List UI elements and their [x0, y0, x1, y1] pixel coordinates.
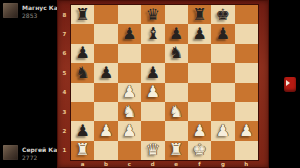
white-piece-p-h2[interactable]: ♟ [239, 122, 253, 138]
square-e4[interactable] [165, 83, 188, 102]
black-piece-b-d7[interactable]: ♝ [146, 26, 160, 42]
white-piece-k-f1[interactable]: ♚ [192, 142, 206, 158]
square-h1[interactable] [235, 141, 258, 160]
black-piece-p-b5[interactable]: ♟ [99, 64, 113, 80]
square-g2[interactable]: ♟ [211, 121, 234, 140]
rank-label-6: 6 [60, 44, 69, 63]
black-piece-p-d5[interactable]: ♟ [146, 64, 160, 80]
file-label-a: a [71, 160, 94, 167]
square-b3[interactable] [94, 102, 117, 121]
square-e5[interactable] [165, 63, 188, 82]
square-d5[interactable]: ♟ [141, 63, 164, 82]
white-piece-p-g2[interactable]: ♟ [216, 122, 230, 138]
white-piece-p-d4[interactable]: ♟ [146, 84, 160, 100]
rank-label-7: 7 [60, 24, 69, 43]
square-a6[interactable]: ♟ [71, 44, 94, 63]
square-f3[interactable] [188, 102, 211, 121]
rank-label-4: 4 [60, 83, 69, 102]
square-h3[interactable] [235, 102, 258, 121]
player-card-top: Магнус Карлсен 2853 [3, 3, 57, 19]
square-g7[interactable]: ♟ [211, 24, 234, 43]
file-label-c: c [118, 160, 141, 167]
black-piece-r-a8[interactable]: ♜ [76, 6, 90, 22]
white-piece-p-c2[interactable]: ♟ [122, 122, 136, 138]
chess-board-frame: 87654321 ♜♛♜♚♟♝♟♟♟♟♞♞♟♟♟♟♞♞♟♟♟♟♟♟♜♛♜♚ ab… [57, 0, 269, 168]
square-b8[interactable] [94, 5, 117, 24]
square-f6[interactable] [188, 44, 211, 63]
square-g1[interactable] [211, 141, 234, 160]
square-c1[interactable] [118, 141, 141, 160]
square-e6[interactable]: ♞ [165, 44, 188, 63]
square-b4[interactable] [94, 83, 117, 102]
square-g5[interactable] [211, 63, 234, 82]
player-avatar-top [3, 3, 18, 18]
rank-labels: 87654321 [60, 5, 69, 160]
broadcast-logo-icon [284, 77, 296, 92]
file-label-h: h [235, 160, 258, 167]
square-d6[interactable] [141, 44, 164, 63]
square-h2[interactable]: ♟ [235, 121, 258, 140]
square-e3[interactable]: ♞ [165, 102, 188, 121]
rank-label-5: 5 [60, 63, 69, 82]
white-piece-p-f2[interactable]: ♟ [192, 122, 206, 138]
rank-label-2: 2 [60, 121, 69, 140]
square-f4[interactable] [188, 83, 211, 102]
square-b1[interactable] [94, 141, 117, 160]
file-label-g: g [211, 160, 234, 167]
square-f2[interactable]: ♟ [188, 121, 211, 140]
square-f7[interactable]: ♟ [188, 24, 211, 43]
black-piece-q-d8[interactable]: ♛ [146, 6, 160, 22]
black-piece-p-a6[interactable]: ♟ [76, 45, 90, 61]
file-label-e: e [165, 160, 188, 167]
square-c5[interactable] [118, 63, 141, 82]
square-b2[interactable]: ♟ [94, 121, 117, 140]
player-avatar-bottom [3, 145, 18, 160]
file-labels: abcdefgh [71, 160, 258, 167]
square-a7[interactable] [71, 24, 94, 43]
square-c6[interactable] [118, 44, 141, 63]
square-c2[interactable]: ♟ [118, 121, 141, 140]
square-d7[interactable]: ♝ [141, 24, 164, 43]
black-piece-r-f8[interactable]: ♜ [192, 6, 206, 22]
square-h7[interactable] [235, 24, 258, 43]
square-g6[interactable] [211, 44, 234, 63]
square-h6[interactable] [235, 44, 258, 63]
square-d4[interactable]: ♟ [141, 83, 164, 102]
square-c8[interactable] [118, 5, 141, 24]
square-c7[interactable]: ♟ [118, 24, 141, 43]
rank-label-8: 8 [60, 5, 69, 24]
square-g8[interactable]: ♚ [211, 5, 234, 24]
square-h4[interactable] [235, 83, 258, 102]
square-a4[interactable] [71, 83, 94, 102]
black-piece-p-c7[interactable]: ♟ [122, 26, 136, 42]
square-a3[interactable] [71, 102, 94, 121]
right-strip [269, 0, 300, 168]
square-e7[interactable]: ♟ [165, 24, 188, 43]
square-c3[interactable]: ♞ [118, 102, 141, 121]
square-d8[interactable]: ♛ [141, 5, 164, 24]
black-piece-k-g8[interactable]: ♚ [216, 6, 230, 22]
black-piece-p-e7[interactable]: ♟ [169, 26, 183, 42]
square-f5[interactable] [188, 63, 211, 82]
file-label-d: d [141, 160, 164, 167]
white-piece-n-e3[interactable]: ♞ [169, 103, 183, 119]
player-card-bottom: Сергей Карякин 2772 [3, 145, 57, 161]
rank-label-1: 1 [60, 141, 69, 160]
square-e8[interactable] [165, 5, 188, 24]
square-h5[interactable] [235, 63, 258, 82]
square-h8[interactable] [235, 5, 258, 24]
square-d2[interactable] [141, 121, 164, 140]
square-e2[interactable] [165, 121, 188, 140]
square-c4[interactable]: ♟ [118, 83, 141, 102]
square-e1[interactable]: ♜ [165, 141, 188, 160]
chess-board[interactable]: ♜♛♜♚♟♝♟♟♟♟♞♞♟♟♟♟♞♞♟♟♟♟♟♟♜♛♜♚ [71, 5, 258, 160]
square-b5[interactable]: ♟ [94, 63, 117, 82]
white-piece-r-a1[interactable]: ♜ [76, 142, 90, 158]
black-piece-p-a2[interactable]: ♟ [76, 122, 90, 138]
square-b6[interactable] [94, 44, 117, 63]
square-a1[interactable]: ♜ [71, 141, 94, 160]
black-piece-n-e6[interactable]: ♞ [169, 45, 183, 61]
square-g4[interactable] [211, 83, 234, 102]
white-piece-n-c3[interactable]: ♞ [122, 103, 136, 119]
black-piece-p-f7[interactable]: ♟ [192, 26, 206, 42]
square-b7[interactable] [94, 24, 117, 43]
square-a5[interactable]: ♞ [71, 63, 94, 82]
square-f8[interactable]: ♜ [188, 5, 211, 24]
white-piece-p-c4[interactable]: ♟ [122, 84, 136, 100]
file-label-f: f [188, 160, 211, 167]
square-d3[interactable] [141, 102, 164, 121]
black-piece-p-g7[interactable]: ♟ [216, 26, 230, 42]
square-d1[interactable]: ♛ [141, 141, 164, 160]
file-label-b: b [94, 160, 117, 167]
square-a8[interactable]: ♜ [71, 5, 94, 24]
white-piece-r-e1[interactable]: ♜ [169, 142, 183, 158]
square-g3[interactable] [211, 102, 234, 121]
black-piece-n-a5[interactable]: ♞ [76, 64, 90, 80]
square-a2[interactable]: ♟ [71, 121, 94, 140]
white-piece-p-b2[interactable]: ♟ [99, 122, 113, 138]
rank-label-3: 3 [60, 102, 69, 121]
square-f1[interactable]: ♚ [188, 141, 211, 160]
white-piece-q-d1[interactable]: ♛ [146, 142, 160, 158]
